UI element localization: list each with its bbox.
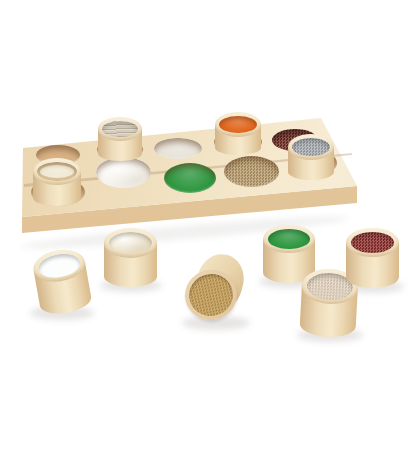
cylinder-grey-corduroy[interactable] bbox=[98, 117, 142, 161]
cylinder-cork[interactable] bbox=[185, 254, 245, 320]
recess-r2c3-green-felt-disc[interactable] bbox=[164, 163, 216, 193]
cylinder-maroon-sandpaper[interactable] bbox=[346, 228, 399, 288]
cylinder-white-smooth[interactable] bbox=[31, 246, 93, 317]
texture-disc-cork bbox=[185, 270, 237, 320]
recess-r2c4-tan-sandpaper-disc[interactable] bbox=[224, 156, 279, 187]
cylinder-silver-glitter[interactable] bbox=[288, 134, 334, 180]
recess-r1c3-smooth-white-disc[interactable] bbox=[154, 138, 202, 159]
photo-canvas bbox=[0, 0, 418, 467]
cylinder-orange-felt[interactable] bbox=[215, 112, 261, 155]
texture-disc-silver-glitter bbox=[292, 138, 330, 156]
texture-disc-smooth-ivory bbox=[37, 162, 76, 181]
texture-disc-grey-corduroy bbox=[102, 121, 138, 137]
texture-disc-orange-felt bbox=[219, 116, 257, 133]
texture-disc-maroon-sandpaper bbox=[351, 232, 394, 253]
texture-disc-cream-fleece bbox=[109, 232, 152, 254]
texture-disc-green-felt bbox=[268, 229, 311, 249]
recess-r2c2-white-fleece-disc[interactable] bbox=[96, 157, 151, 188]
cylinder-cream-fleece[interactable] bbox=[104, 228, 157, 287]
cylinder-smooth-ivory[interactable] bbox=[33, 158, 81, 206]
